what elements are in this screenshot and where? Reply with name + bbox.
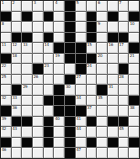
cell-r9c4[interactable] [33, 85, 43, 95]
cell-r10c10[interactable]: 35 [97, 96, 107, 106]
block-r14c1 [1, 138, 11, 148]
cell-r6c5[interactable] [44, 54, 54, 64]
clue-number: 21 [130, 54, 135, 59]
cell-r3c4[interactable] [33, 22, 43, 32]
cell-r11c11[interactable] [108, 106, 118, 116]
clue-number: 7 [119, 1, 121, 6]
cell-r11c10[interactable] [97, 106, 107, 116]
cell-r8c5[interactable] [44, 75, 54, 85]
cell-r6c10[interactable]: 20 [97, 54, 107, 64]
cell-r8c11[interactable] [108, 75, 118, 85]
block-r2c9 [87, 12, 97, 22]
cell-r11c9[interactable]: 37 [87, 106, 97, 116]
clue-number: 44 [76, 127, 81, 132]
cell-r13c1[interactable]: 42 [1, 127, 11, 137]
cell-r5c4[interactable] [33, 43, 43, 53]
cell-r6c4[interactable] [33, 54, 43, 64]
cell-r10c2[interactable]: 33 [12, 96, 22, 106]
block-r11c6 [54, 106, 64, 116]
cell-r15c13[interactable] [129, 148, 139, 158]
cell-r8c12[interactable]: 28 [119, 75, 129, 85]
block-r2c7 [65, 12, 75, 22]
cell-r1c2[interactable]: 2 [12, 1, 22, 11]
cell-r15c4[interactable] [33, 148, 43, 158]
block-r11c8 [76, 106, 86, 116]
cell-r7c2[interactable] [12, 64, 22, 74]
block-r10c5 [44, 96, 54, 106]
cell-r8c9[interactable] [87, 75, 97, 85]
clue-number: 42 [2, 127, 7, 132]
cell-r13c2[interactable]: 43 [12, 127, 22, 137]
cell-r3c6[interactable] [54, 22, 64, 32]
cell-r10c11[interactable] [108, 96, 118, 106]
block-r14c5 [44, 138, 54, 148]
cell-r2c2[interactable] [12, 12, 22, 22]
block-r3c9 [87, 22, 97, 32]
block-r9c6 [54, 85, 64, 95]
cell-r14c2[interactable] [12, 138, 22, 148]
clue-number: 41 [76, 117, 81, 122]
cell-r8c2[interactable] [12, 75, 22, 85]
clue-number: 28 [119, 75, 124, 80]
cell-r15c12[interactable] [119, 148, 129, 158]
crossword-grid: 1234567891011121314151617181920212223242… [0, 0, 140, 159]
cell-r4c8[interactable] [76, 33, 86, 43]
cell-r15c10[interactable] [97, 148, 107, 158]
cell-r8c6[interactable] [54, 75, 64, 85]
cell-r14c4[interactable] [33, 138, 43, 148]
cell-r7c9[interactable]: 24 [87, 64, 97, 74]
block-r12c12 [119, 117, 129, 127]
cell-r4c4[interactable] [33, 33, 43, 43]
block-r7c8 [76, 64, 86, 74]
cell-r12c1[interactable]: 39 [1, 117, 11, 127]
cell-r14c10[interactable] [97, 138, 107, 148]
block-r4c3 [22, 33, 32, 43]
cell-r1c12[interactable]: 7 [119, 1, 129, 11]
cell-r7c6[interactable] [54, 64, 64, 74]
clue-number: 16 [108, 43, 113, 48]
crossword-puzzle: 1234567891011121314151617181920212223242… [0, 0, 140, 159]
clue-number: 36 [12, 106, 17, 111]
cell-r1c9[interactable] [87, 1, 97, 11]
cell-r2c10[interactable] [97, 12, 107, 22]
cell-r7c5[interactable]: 23 [44, 64, 54, 74]
clue-number: 11 [2, 43, 7, 48]
cell-r7c10[interactable] [97, 64, 107, 74]
cell-r3c13[interactable]: 10 [129, 22, 139, 32]
cell-r11c5[interactable] [44, 106, 54, 116]
cell-r15c3[interactable] [22, 148, 32, 158]
clue-number: 5 [76, 1, 78, 6]
clue-number: 35 [98, 96, 103, 101]
block-r5c6 [54, 43, 64, 53]
cell-r5c3[interactable]: 13 [22, 43, 32, 53]
clue-number: 46 [2, 148, 7, 153]
cell-r8c10[interactable] [97, 75, 107, 85]
cell-r9c12[interactable] [119, 85, 129, 95]
block-r10c6 [54, 96, 64, 106]
block-r8c7 [65, 75, 75, 85]
cell-r4c10[interactable] [97, 33, 107, 43]
block-r3c7 [65, 22, 75, 32]
cell-r5c11[interactable]: 16 [108, 43, 118, 53]
block-r12c11 [108, 117, 118, 127]
block-r9c2 [12, 85, 22, 95]
clue-number: 38 [130, 106, 135, 111]
cell-r5c9[interactable]: 15 [87, 43, 97, 53]
cell-r1c10[interactable]: 6 [97, 1, 107, 11]
block-r12c7 [65, 117, 75, 127]
cell-r13c11[interactable] [108, 127, 118, 137]
clue-number: 1 [2, 1, 4, 6]
cell-r1c3[interactable] [22, 1, 32, 11]
cell-r11c2[interactable]: 36 [12, 106, 22, 116]
clue-number: 47 [76, 148, 81, 153]
block-r4c11 [108, 33, 118, 43]
cell-r13c9[interactable] [87, 127, 97, 137]
cell-r10c1[interactable]: 32 [1, 96, 11, 106]
clue-number: 45 [119, 127, 124, 132]
block-r6c9 [87, 54, 97, 64]
cell-r11c12[interactable] [119, 106, 129, 116]
clue-number: 15 [87, 43, 92, 48]
clue-number: 3 [34, 1, 36, 6]
cell-r12c4[interactable] [33, 117, 43, 127]
block-r13c7 [65, 127, 75, 137]
block-r11c1 [1, 106, 11, 116]
cell-r8c1[interactable]: 25 [1, 75, 11, 85]
clue-number: 20 [98, 54, 103, 59]
clue-number: 33 [12, 96, 17, 101]
cell-r11c3[interactable] [22, 106, 32, 116]
clue-number: 25 [2, 75, 7, 80]
block-r6c8 [76, 54, 86, 64]
clue-number: 19 [55, 54, 60, 59]
cell-r9c7[interactable]: 30 [65, 85, 75, 95]
clue-number: 12 [12, 43, 17, 48]
cell-r5c2[interactable]: 12 [12, 43, 22, 53]
block-r6c1 [1, 54, 11, 64]
block-r6c7 [65, 54, 75, 64]
cell-r12c8[interactable]: 41 [76, 117, 86, 127]
cell-r1c8[interactable]: 5 [76, 1, 86, 11]
cell-r14c12[interactable] [119, 138, 129, 148]
cell-r3c11[interactable] [108, 22, 118, 32]
cell-r14c8[interactable] [76, 138, 86, 148]
cell-r10c8[interactable]: 34 [76, 96, 86, 106]
clue-number: 13 [23, 43, 28, 48]
cell-r2c4[interactable] [33, 12, 43, 22]
cell-r15c9[interactable] [87, 148, 97, 158]
block-r4c7 [65, 33, 75, 43]
clue-number: 18 [12, 54, 17, 59]
block-r10c13 [129, 96, 139, 106]
clue-number: 32 [2, 96, 7, 101]
cell-r2c8[interactable] [76, 12, 86, 22]
cell-r13c12[interactable]: 45 [119, 127, 129, 137]
cell-r1c6[interactable]: 4 [54, 1, 64, 11]
cell-r8c4[interactable]: 26 [33, 75, 43, 85]
cell-r3c12[interactable] [119, 22, 129, 32]
cell-r13c13[interactable] [129, 127, 139, 137]
block-r14c11 [108, 138, 118, 148]
cell-r5c1[interactable]: 11 [1, 43, 11, 53]
cell-r9c3[interactable]: 29 [22, 85, 32, 95]
block-r12c9 [87, 117, 97, 127]
cell-r3c1[interactable]: 8 [1, 22, 11, 32]
cell-r6c12[interactable] [119, 54, 129, 64]
clue-number: 27 [76, 75, 81, 80]
clue-number: 29 [23, 85, 28, 90]
clue-number: 10 [130, 22, 135, 27]
cell-r12c6[interactable]: 40 [54, 117, 64, 127]
block-r5c7 [65, 43, 75, 53]
cell-r13c8[interactable]: 44 [76, 127, 86, 137]
block-r2c1 [1, 12, 11, 22]
cell-r13c6[interactable] [54, 127, 64, 137]
cell-r15c11[interactable] [108, 148, 118, 158]
clue-number: 31 [108, 85, 113, 90]
block-r5c8 [76, 43, 86, 53]
cell-r4c1[interactable] [1, 33, 11, 43]
cell-r13c3[interactable] [22, 127, 32, 137]
block-r4c12 [119, 33, 129, 43]
cell-r12c10[interactable] [97, 117, 107, 127]
cell-r1c4[interactable]: 3 [33, 1, 43, 11]
block-r2c3 [22, 12, 32, 22]
cell-r9c8[interactable] [76, 85, 86, 95]
cell-r3c10[interactable]: 9 [97, 22, 107, 32]
block-r12c3 [22, 117, 32, 127]
cell-r6c13[interactable]: 21 [129, 54, 139, 64]
block-r14c9 [87, 138, 97, 148]
cell-r7c11[interactable] [108, 64, 118, 74]
clue-number: 40 [55, 117, 60, 122]
clue-number: 17 [119, 43, 124, 48]
clue-number: 37 [87, 106, 92, 111]
cell-r1c11[interactable] [108, 1, 118, 11]
cell-r10c12[interactable] [119, 96, 129, 106]
block-r14c13 [129, 138, 139, 148]
cell-r13c10[interactable] [97, 127, 107, 137]
block-r4c5 [44, 33, 54, 43]
block-r2c13 [129, 12, 139, 22]
block-r10c7 [65, 96, 75, 106]
cell-r11c4[interactable] [33, 106, 43, 116]
block-r4c2 [12, 33, 22, 43]
cell-r2c12[interactable] [119, 12, 129, 22]
cell-r9c5[interactable] [44, 85, 54, 95]
cell-r8c8[interactable]: 27 [76, 75, 86, 85]
block-r7c12 [119, 64, 129, 74]
block-r7c4 [33, 64, 43, 74]
cell-r12c13[interactable] [129, 117, 139, 127]
cell-r5c10[interactable] [97, 43, 107, 53]
cell-r4c13[interactable] [129, 33, 139, 43]
cell-r7c3[interactable] [22, 64, 32, 74]
block-r13c5 [44, 127, 54, 137]
clue-number: 30 [66, 85, 71, 90]
block-r2c5 [44, 12, 54, 22]
clue-number: 26 [34, 75, 39, 80]
block-r9c10 [97, 85, 107, 95]
cell-r6c6[interactable]: 19 [54, 54, 64, 64]
clue-number: 23 [44, 64, 49, 69]
block-r11c7 [65, 106, 75, 116]
cell-r14c6[interactable] [54, 138, 64, 148]
clue-number: 24 [87, 64, 92, 69]
cell-r7c7[interactable] [65, 64, 75, 74]
block-r1c7 [65, 1, 75, 11]
clue-number: 2 [12, 1, 14, 6]
block-r2c11 [108, 12, 118, 22]
cell-r1c13[interactable] [129, 1, 139, 11]
cell-r6c2[interactable]: 18 [12, 54, 22, 64]
cell-r8c3[interactable] [22, 75, 32, 85]
cell-r10c3[interactable] [22, 96, 32, 106]
cell-r2c6[interactable] [54, 12, 64, 22]
block-r12c5 [44, 117, 54, 127]
cell-r6c11[interactable] [108, 54, 118, 64]
cell-r6c3[interactable] [22, 54, 32, 64]
cell-r9c11[interactable]: 31 [108, 85, 118, 95]
cell-r11c13[interactable]: 38 [129, 106, 139, 116]
cell-r15c8[interactable]: 47 [76, 148, 86, 158]
cell-r3c5[interactable] [44, 22, 54, 32]
clue-number: 6 [98, 1, 100, 6]
cell-r7c1[interactable]: 22 [1, 64, 11, 74]
cell-r15c5[interactable] [44, 148, 54, 158]
cell-r13c4[interactable] [33, 127, 43, 137]
cell-r3c3[interactable] [22, 22, 32, 32]
cell-r5c5[interactable]: 14 [44, 43, 54, 53]
clue-number: 34 [76, 96, 81, 101]
block-r5c13 [129, 43, 139, 53]
cell-r9c1[interactable] [1, 85, 11, 95]
cell-r9c9[interactable] [87, 85, 97, 95]
clue-number: 43 [12, 127, 17, 132]
block-r12c2 [12, 117, 22, 127]
cell-r15c1[interactable]: 46 [1, 148, 11, 158]
clue-number: 22 [2, 64, 7, 69]
block-r15c7 [65, 148, 75, 158]
clue-number: 39 [2, 117, 7, 122]
clue-number: 4 [55, 1, 57, 6]
cell-r1c1[interactable]: 1 [1, 1, 11, 11]
block-r4c9 [87, 33, 97, 43]
cell-r8c13[interactable] [129, 75, 139, 85]
cell-r5c12[interactable]: 17 [119, 43, 129, 53]
cell-r1c5[interactable] [44, 1, 54, 11]
cell-r4c6[interactable] [54, 33, 64, 43]
cell-r9c13[interactable] [129, 85, 139, 95]
clue-number: 8 [2, 22, 4, 27]
clue-number: 9 [98, 22, 100, 27]
cell-r3c8[interactable] [76, 22, 86, 32]
block-r14c7 [65, 138, 75, 148]
cell-r10c9[interactable] [87, 96, 97, 106]
clue-number: 14 [44, 43, 49, 48]
cell-r10c4[interactable] [33, 96, 43, 106]
cell-r15c2[interactable] [12, 148, 22, 158]
block-r14c3 [22, 138, 32, 148]
cell-r7c13[interactable] [129, 64, 139, 74]
cell-r3c2[interactable] [12, 22, 22, 32]
cell-r15c6[interactable] [54, 148, 64, 158]
